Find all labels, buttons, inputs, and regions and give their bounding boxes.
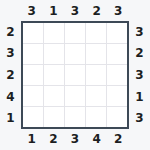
board-cell-r2c3[interactable] [86,65,106,85]
board-cell-r4c0[interactable] [23,107,43,127]
board-grid [21,21,129,129]
board-cell-r0c4[interactable] [107,23,127,43]
clue-top-1: 1 [43,0,65,21]
board-cell-r4c4[interactable] [107,107,127,127]
clue-right-1: 2 [129,43,150,65]
skyscrapers-puzzle: 3 1 3 2 3 2 3 2 4 1 3 2 3 1 3 1 2 3 4 2 [0,0,150,150]
clue-top-0: 3 [21,0,43,21]
board-cell-r4c2[interactable] [65,107,85,127]
board-cell-r1c2[interactable] [65,44,85,64]
clue-left-2: 2 [0,64,21,86]
board-cell-r2c0[interactable] [23,65,43,85]
board-cell-r3c1[interactable] [44,86,64,106]
clue-right-4: 3 [129,107,150,129]
board-cell-r1c1[interactable] [44,44,64,64]
clue-top-3: 2 [86,0,108,21]
board-cell-r0c2[interactable] [65,23,85,43]
board-cell-r2c1[interactable] [44,65,64,85]
clue-top-4: 3 [107,0,129,21]
board-cell-r2c2[interactable] [65,65,85,85]
clue-right-3: 1 [129,86,150,108]
clue-left-0: 2 [0,21,21,43]
clue-bottom-2: 3 [64,129,86,150]
clue-bottom-1: 2 [43,129,65,150]
board-cell-r3c2[interactable] [65,86,85,106]
board-cell-r3c3[interactable] [86,86,106,106]
board-cell-r0c1[interactable] [44,23,64,43]
board-cell-r1c4[interactable] [107,44,127,64]
board-cell-r2c4[interactable] [107,65,127,85]
board-cell-r0c0[interactable] [23,23,43,43]
board-cell-r1c0[interactable] [23,44,43,64]
clue-bottom-4: 2 [107,129,129,150]
clue-left-4: 1 [0,107,21,129]
board-cell-r3c4[interactable] [107,86,127,106]
clue-right-0: 3 [129,21,150,43]
board-cell-r4c3[interactable] [86,107,106,127]
clue-top-2: 3 [64,0,86,21]
clue-left-3: 4 [0,86,21,108]
board-cell-r0c3[interactable] [86,23,106,43]
board-cell-r3c0[interactable] [23,86,43,106]
clue-bottom-0: 1 [21,129,43,150]
board-cell-r4c1[interactable] [44,107,64,127]
clue-right-2: 3 [129,64,150,86]
board-cell-r1c3[interactable] [86,44,106,64]
clue-left-1: 3 [0,43,21,65]
clue-bottom-3: 4 [86,129,108,150]
